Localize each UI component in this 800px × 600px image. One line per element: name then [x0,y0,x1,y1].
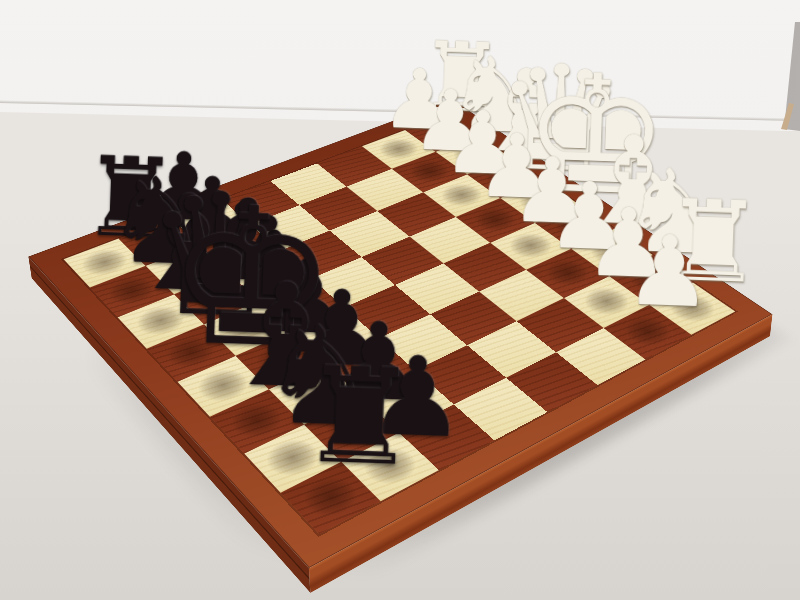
chess-board: ♜♞♝♚♛♝♞♜♟♟♟♟♟♟♟♟♟♟♟♟♟♟♟♟♜♞♝♚♛♝♞♜ [28,99,772,568]
piece-white-pawn-a2: ♟ [624,222,715,322]
board-grid: ♜♞♝♚♛♝♞♜♟♟♟♟♟♟♟♟♟♟♟♟♟♟♟♟♜♞♝♚♛♝♞♜ [64,114,736,534]
scene-tilt: ♜♞♝♚♛♝♞♜♟♟♟♟♟♟♟♟♟♟♟♟♟♟♟♟♜♞♝♚♛♝♞♜ [0,0,800,600]
piece-black-rook-a8: ♜ [297,348,420,485]
scene: ♜♞♝♚♛♝♞♜♟♟♟♟♟♟♟♟♟♟♟♟♟♟♟♟♜♞♝♚♛♝♞♜ [0,0,800,600]
